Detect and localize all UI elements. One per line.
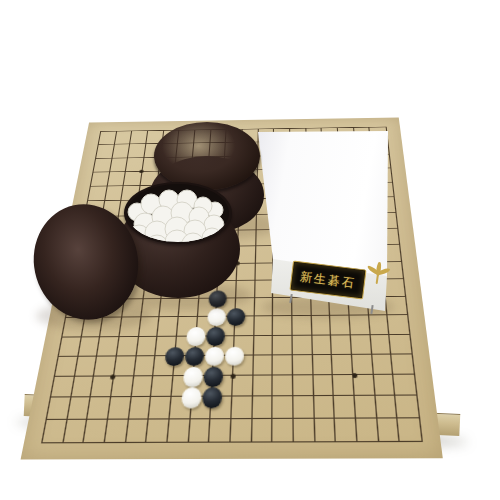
grid-cell <box>252 419 273 442</box>
grid-cell <box>370 335 391 355</box>
grid-cell <box>314 396 335 418</box>
grid-cell <box>313 355 334 376</box>
grid-cell <box>351 335 372 355</box>
grid-cell <box>334 396 356 418</box>
grid-cell <box>273 335 293 355</box>
grid-cell <box>355 396 377 418</box>
grid-cell <box>111 377 134 398</box>
grid-cell <box>168 419 191 442</box>
stone-box: 新生碁石 <box>254 124 396 320</box>
black-stone <box>203 367 223 387</box>
grid-cell <box>231 419 253 442</box>
grid-cell <box>372 354 394 375</box>
grid-cell <box>333 375 354 396</box>
grid-cell <box>151 376 173 397</box>
grid-cell <box>108 398 131 420</box>
grid-cell <box>398 418 422 441</box>
grid-cell <box>273 355 293 376</box>
grid-cell <box>273 376 293 397</box>
grid-cell <box>335 418 357 441</box>
grid-cell <box>253 376 273 397</box>
stone-box-label-text: 新生碁石 <box>299 268 357 292</box>
grid-cell <box>331 335 352 355</box>
grid-cell <box>353 375 375 396</box>
grid-cell <box>105 419 129 442</box>
grid-cell <box>392 354 414 375</box>
grid-cell <box>273 419 294 442</box>
grid-cell <box>117 337 139 357</box>
grid-cell <box>356 418 379 441</box>
white-stone <box>224 346 244 365</box>
grid-cell <box>232 397 253 419</box>
grid-cell <box>293 355 313 376</box>
grid-cell <box>136 336 158 356</box>
grid-cell <box>394 375 417 396</box>
grid-cell <box>134 356 156 376</box>
grid-cell <box>313 375 334 396</box>
grid-cell <box>114 356 136 376</box>
grid-cell <box>293 335 313 355</box>
staple-mark <box>370 305 373 314</box>
grid-cell <box>158 317 179 336</box>
grid-cell <box>149 397 171 419</box>
bamboo-emblem-icon <box>364 260 391 287</box>
grid-cell <box>390 335 412 355</box>
grid-cell <box>129 397 152 419</box>
grid-cell <box>314 418 336 441</box>
grid-cell <box>294 418 315 441</box>
grid-cell <box>210 419 232 442</box>
grid-cell <box>252 397 273 419</box>
grid-cell <box>312 335 332 355</box>
grid-cell <box>131 376 153 397</box>
grid-cell <box>396 396 419 418</box>
grid-cell <box>189 419 211 442</box>
grid-cell <box>147 419 170 442</box>
go-set-photo: 新生碁石 <box>0 0 500 500</box>
grid-cell <box>293 397 314 419</box>
grid-cell <box>332 355 353 376</box>
grid-cell <box>126 419 149 442</box>
grid-cell <box>293 375 314 396</box>
grid-cell <box>253 355 273 376</box>
grid-cell <box>374 375 396 396</box>
grid-cell <box>352 355 373 376</box>
grid-cell <box>254 336 274 356</box>
staple-mark <box>289 294 293 303</box>
grid-cell <box>273 397 294 419</box>
white-stones-heap <box>127 184 229 242</box>
grid-cell <box>375 396 398 418</box>
grid-cell <box>377 418 400 441</box>
grid-cell <box>232 376 253 397</box>
